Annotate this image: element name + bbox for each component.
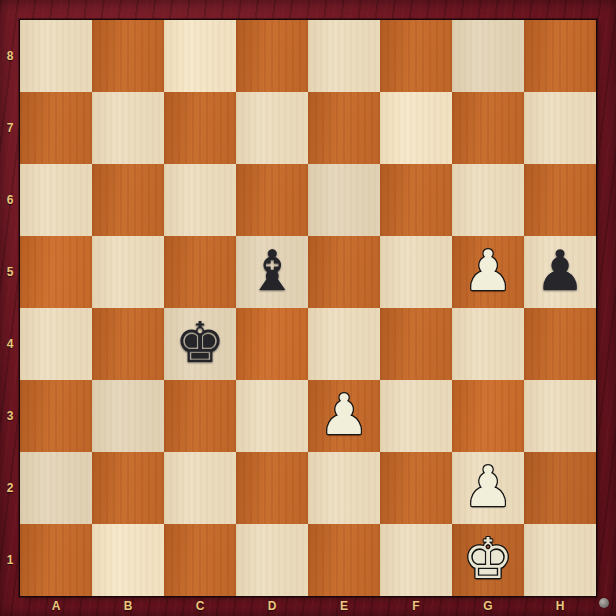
file-label-f: F: [380, 596, 452, 616]
file-label-a: A: [20, 596, 92, 616]
square-b2[interactable]: [92, 452, 164, 524]
square-a4[interactable]: [20, 308, 92, 380]
square-c1[interactable]: [164, 524, 236, 596]
square-d6[interactable]: [236, 164, 308, 236]
white-king-g1: ♚: [463, 531, 513, 587]
rank-label-1: 1: [0, 524, 20, 596]
file-label-c: C: [164, 596, 236, 616]
square-h4[interactable]: [524, 308, 596, 380]
white-pawn-e3: ♟: [319, 387, 369, 443]
square-a1[interactable]: [20, 524, 92, 596]
square-a5[interactable]: [20, 236, 92, 308]
square-d5[interactable]: ♝: [236, 236, 308, 308]
square-c4[interactable]: ♚: [164, 308, 236, 380]
square-b5[interactable]: [92, 236, 164, 308]
square-f1[interactable]: [380, 524, 452, 596]
square-h8[interactable]: [524, 20, 596, 92]
square-d3[interactable]: [236, 380, 308, 452]
square-b8[interactable]: [92, 20, 164, 92]
black-bishop-d5: ♝: [247, 243, 297, 299]
square-c8[interactable]: [164, 20, 236, 92]
rank-label-8: 8: [0, 20, 20, 92]
square-g5[interactable]: ♟: [452, 236, 524, 308]
square-e6[interactable]: [308, 164, 380, 236]
square-h5[interactable]: ♟: [524, 236, 596, 308]
square-c2[interactable]: [164, 452, 236, 524]
rank-label-6: 6: [0, 164, 20, 236]
square-b7[interactable]: [92, 92, 164, 164]
square-g1[interactable]: ♚: [452, 524, 524, 596]
rank-label-7: 7: [0, 92, 20, 164]
square-e2[interactable]: [308, 452, 380, 524]
black-king-c4: ♚: [175, 315, 225, 371]
square-e5[interactable]: [308, 236, 380, 308]
square-g8[interactable]: [452, 20, 524, 92]
square-f8[interactable]: [380, 20, 452, 92]
square-a2[interactable]: [20, 452, 92, 524]
square-d4[interactable]: [236, 308, 308, 380]
square-b4[interactable]: [92, 308, 164, 380]
square-g3[interactable]: [452, 380, 524, 452]
square-f4[interactable]: [380, 308, 452, 380]
square-h6[interactable]: [524, 164, 596, 236]
square-c3[interactable]: [164, 380, 236, 452]
square-g2[interactable]: ♟: [452, 452, 524, 524]
square-g6[interactable]: [452, 164, 524, 236]
file-label-d: D: [236, 596, 308, 616]
square-e7[interactable]: [308, 92, 380, 164]
square-e4[interactable]: [308, 308, 380, 380]
square-a6[interactable]: [20, 164, 92, 236]
black-pawn-h5: ♟: [535, 243, 585, 299]
file-label-b: B: [92, 596, 164, 616]
square-a3[interactable]: [20, 380, 92, 452]
square-f6[interactable]: [380, 164, 452, 236]
square-f7[interactable]: [380, 92, 452, 164]
square-e1[interactable]: [308, 524, 380, 596]
chess-board: ♝♟♟♚♟♟♚: [20, 20, 596, 596]
square-e8[interactable]: [308, 20, 380, 92]
square-d1[interactable]: [236, 524, 308, 596]
square-d2[interactable]: [236, 452, 308, 524]
rank-label-4: 4: [0, 308, 20, 380]
white-pawn-g5: ♟: [463, 243, 513, 299]
square-b6[interactable]: [92, 164, 164, 236]
chess-board-frame: ♝♟♟♚♟♟♚ 87654321 ABCDEFGH: [0, 0, 616, 616]
square-d7[interactable]: [236, 92, 308, 164]
square-h2[interactable]: [524, 452, 596, 524]
corner-screw-dot: [599, 598, 609, 608]
file-label-g: G: [452, 596, 524, 616]
square-c7[interactable]: [164, 92, 236, 164]
square-c5[interactable]: [164, 236, 236, 308]
square-h1[interactable]: [524, 524, 596, 596]
square-g7[interactable]: [452, 92, 524, 164]
rank-label-3: 3: [0, 380, 20, 452]
square-f5[interactable]: [380, 236, 452, 308]
square-b1[interactable]: [92, 524, 164, 596]
square-d8[interactable]: [236, 20, 308, 92]
square-h3[interactable]: [524, 380, 596, 452]
square-f2[interactable]: [380, 452, 452, 524]
square-c6[interactable]: [164, 164, 236, 236]
rank-label-5: 5: [0, 236, 20, 308]
square-h7[interactable]: [524, 92, 596, 164]
file-label-h: H: [524, 596, 596, 616]
file-label-e: E: [308, 596, 380, 616]
white-pawn-g2: ♟: [463, 459, 513, 515]
square-f3[interactable]: [380, 380, 452, 452]
square-e3[interactable]: ♟: [308, 380, 380, 452]
square-a7[interactable]: [20, 92, 92, 164]
square-a8[interactable]: [20, 20, 92, 92]
square-b3[interactable]: [92, 380, 164, 452]
square-g4[interactable]: [452, 308, 524, 380]
rank-label-2: 2: [0, 452, 20, 524]
